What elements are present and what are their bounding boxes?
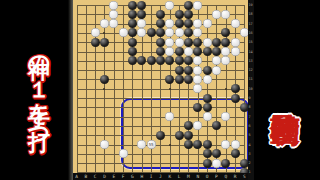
row-label: 12 — [249, 68, 253, 72]
go-board: 55 — [73, 0, 248, 173]
column-label: F — [122, 174, 125, 179]
column-label: C — [94, 174, 97, 179]
white-stone — [165, 38, 174, 47]
row-label: 13 — [249, 59, 253, 63]
white-stone — [165, 19, 174, 28]
black-stone — [100, 38, 109, 47]
column-label: G — [131, 174, 134, 179]
black-stone — [184, 140, 193, 149]
black-stone — [128, 10, 137, 19]
grid-line-horizontal — [77, 117, 245, 118]
black-stone — [137, 10, 146, 19]
white-stone — [137, 19, 146, 28]
white-stone — [212, 66, 221, 75]
black-stone — [137, 1, 146, 10]
black-stone — [203, 66, 212, 75]
black-stone — [175, 75, 184, 84]
black-stone — [128, 38, 137, 47]
black-stone — [203, 103, 212, 112]
black-stone — [221, 159, 230, 168]
row-label: 11 — [249, 77, 253, 81]
black-stone — [175, 47, 184, 56]
column-label: B — [84, 174, 87, 179]
white-stone — [193, 19, 202, 28]
row-label: 16 — [249, 31, 253, 35]
black-stone — [165, 56, 174, 65]
move-number-mark: 55 — [147, 142, 156, 147]
black-stone — [156, 56, 165, 65]
black-stone — [203, 47, 212, 56]
black-stone — [231, 94, 240, 103]
white-stone — [193, 1, 202, 10]
white-stone — [221, 10, 230, 19]
row-label: 10 — [249, 87, 253, 91]
column-label: E — [112, 174, 115, 179]
white-stone — [231, 19, 240, 28]
black-stone — [221, 28, 230, 37]
white-stone — [193, 56, 202, 65]
black-stone — [203, 159, 212, 168]
white-stone — [193, 66, 202, 75]
white-stone — [100, 140, 109, 149]
white-stone — [100, 19, 109, 28]
white-stone — [212, 159, 221, 168]
column-label: O — [206, 174, 209, 179]
white-stone — [137, 28, 146, 37]
black-stone — [203, 94, 212, 103]
black-stone — [165, 75, 174, 84]
black-stone — [184, 10, 193, 19]
white-stone — [109, 1, 118, 10]
black-stone — [184, 38, 193, 47]
black-stone — [203, 149, 212, 158]
white-stone: 55 — [147, 140, 156, 149]
white-stone — [203, 75, 212, 84]
column-label: D — [103, 174, 106, 179]
white-stone — [119, 28, 128, 37]
black-stone — [193, 38, 202, 47]
black-stone — [184, 66, 193, 75]
black-stone — [137, 56, 146, 65]
white-stone — [109, 10, 118, 19]
black-stone — [175, 56, 184, 65]
black-stone — [184, 28, 193, 37]
white-stone — [221, 47, 230, 56]
column-label: N — [196, 174, 199, 179]
black-stone — [147, 28, 156, 37]
black-stone — [128, 28, 137, 37]
column-label: J — [159, 174, 162, 179]
black-stone — [203, 140, 212, 149]
column-label: K — [168, 174, 171, 179]
grid-line-horizontal — [77, 89, 245, 90]
star-point — [225, 88, 227, 90]
column-label: H — [140, 174, 143, 179]
black-stone — [156, 28, 165, 37]
grid-line-horizontal — [77, 98, 245, 99]
black-stone — [128, 19, 137, 28]
white-stone — [193, 28, 202, 37]
white-stone — [193, 75, 202, 84]
column-label: Q — [224, 174, 227, 179]
black-stone — [212, 47, 221, 56]
black-stone — [156, 47, 165, 56]
white-stone — [212, 10, 221, 19]
black-stone — [184, 75, 193, 84]
column-coordinate-labels: ABCDEFGHIJKLMNOPQRS — [73, 173, 248, 180]
row-label: 17 — [249, 22, 253, 26]
black-stone — [184, 19, 193, 28]
row-label: 6 — [249, 124, 251, 128]
white-stone — [165, 1, 174, 10]
row-label: 7 — [249, 115, 251, 119]
white-stone — [212, 56, 221, 65]
column-label: M — [187, 174, 190, 179]
row-label: 14 — [249, 50, 253, 54]
white-stone — [203, 19, 212, 28]
white-stone — [231, 47, 240, 56]
grid-line-vertical — [216, 5, 217, 172]
row-label: 19 — [249, 3, 253, 7]
black-stone — [184, 131, 193, 140]
black-stone — [184, 56, 193, 65]
row-label: 5 — [249, 133, 251, 137]
black-stone — [147, 56, 156, 65]
black-stone — [128, 56, 137, 65]
white-stone — [175, 28, 184, 37]
column-label: I — [150, 174, 153, 179]
black-stone — [175, 66, 184, 75]
black-stone — [212, 38, 221, 47]
column-label: R — [234, 174, 237, 179]
column-label: S — [243, 174, 246, 179]
right-caption-vertical: 仲邑菫初段 — [254, 0, 316, 180]
row-label: 3 — [249, 152, 251, 156]
grid-line-horizontal — [77, 107, 245, 108]
black-stone — [156, 19, 165, 28]
black-stone — [100, 75, 109, 84]
row-label: 8 — [249, 105, 251, 109]
white-stone — [165, 28, 174, 37]
black-stone — [175, 10, 184, 19]
black-stone — [231, 84, 240, 93]
row-label: 1 — [249, 170, 251, 174]
white-stone — [221, 56, 230, 65]
row-label: 15 — [249, 40, 253, 44]
white-stone — [193, 84, 202, 93]
row-label: 9 — [249, 96, 251, 100]
black-stone — [193, 47, 202, 56]
white-stone — [184, 47, 193, 56]
column-label: L — [178, 174, 181, 179]
column-label: P — [215, 174, 218, 179]
column-label: A — [75, 174, 78, 179]
white-stone — [175, 38, 184, 47]
black-stone — [156, 131, 165, 140]
black-stone — [175, 131, 184, 140]
row-label: 4 — [249, 143, 251, 147]
black-stone — [156, 10, 165, 19]
white-stone — [109, 19, 118, 28]
white-stone — [203, 112, 212, 121]
black-stone — [175, 19, 184, 28]
thumbnail-stage: 神の１手を打つ 55 ABCDEFGHIJKLMNOPQRS 191817161… — [0, 0, 320, 180]
star-point — [169, 144, 171, 146]
black-stone — [221, 38, 230, 47]
black-stone — [128, 1, 137, 10]
white-stone — [203, 38, 212, 47]
black-stone — [156, 38, 165, 47]
white-stone — [91, 28, 100, 37]
white-stone — [231, 38, 240, 47]
row-label: 2 — [249, 161, 251, 165]
white-stone — [231, 140, 240, 149]
black-stone — [184, 1, 193, 10]
left-caption-vertical: 神の１手を打つ — [14, 0, 66, 180]
white-stone — [165, 47, 174, 56]
row-label: 18 — [249, 12, 253, 16]
star-point — [169, 88, 171, 90]
black-stone — [91, 38, 100, 47]
black-stone — [231, 149, 240, 158]
black-stone — [128, 47, 137, 56]
white-stone — [119, 149, 128, 158]
